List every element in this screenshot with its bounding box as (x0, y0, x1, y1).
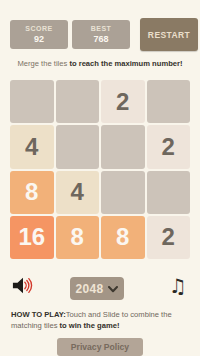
privacy-policy-button[interactable]: Privacy Policy (57, 338, 143, 356)
tile-2: 2 (147, 125, 191, 168)
tile-16: 16 (10, 216, 54, 259)
game-screen: SCORE 92 BEST 768 RESTART Merge the tile… (0, 0, 200, 356)
tagline-normal: Merge the tiles (17, 59, 69, 68)
empty-cell (101, 171, 145, 214)
board[interactable]: 2428416882 (10, 80, 190, 259)
how-to-play-text: HOW TO PLAY:Touch and Slide to combine t… (11, 309, 193, 331)
tile-4: 4 (56, 171, 100, 214)
goal-dropdown-value: 2048 (76, 282, 104, 296)
tagline-bold: to reach the maximum number! (69, 59, 182, 68)
tagline: Merge the tiles to reach the maximum num… (0, 59, 200, 69)
tile-8: 8 (56, 216, 100, 259)
goal-dropdown[interactable]: 2048 (70, 277, 124, 300)
chevron-down-icon (108, 281, 118, 296)
tile-2: 2 (101, 80, 145, 123)
empty-cell (10, 80, 54, 123)
restart-button[interactable]: RESTART (140, 18, 198, 51)
tile-2: 2 (147, 216, 191, 259)
best-value: 768 (93, 34, 108, 44)
empty-cell (147, 80, 191, 123)
sound-toggle-button[interactable] (11, 276, 35, 298)
best-label: BEST (91, 25, 112, 33)
score-label: SCORE (25, 25, 52, 33)
speaker-icon (12, 276, 34, 298)
music-note-icon: ♫ (169, 276, 187, 296)
score-box: SCORE 92 (10, 20, 68, 49)
tile-4: 4 (10, 125, 54, 168)
tile-8: 8 (10, 171, 54, 214)
empty-cell (56, 80, 100, 123)
empty-cell (56, 125, 100, 168)
score-value: 92 (34, 34, 44, 44)
best-box: BEST 768 (72, 20, 130, 49)
how-to-play-line2: matching tiles to win the game! (11, 320, 193, 331)
empty-cell (147, 171, 191, 214)
empty-cell (101, 125, 145, 168)
how-to-play-line1: HOW TO PLAY:Touch and Slide to combine t… (11, 309, 193, 320)
tile-8: 8 (101, 216, 145, 259)
music-toggle-button[interactable]: ♫ (165, 272, 191, 300)
